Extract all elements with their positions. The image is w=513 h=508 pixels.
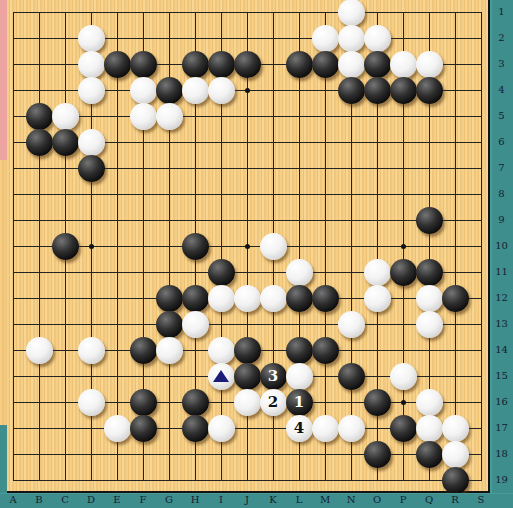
row-label-7: 7 <box>490 162 513 174</box>
stone-white-I15[interactable] <box>208 363 235 390</box>
stone-black-L12[interactable] <box>286 285 313 312</box>
stone-black-R19[interactable] <box>442 467 469 494</box>
stone-black-F16[interactable] <box>130 389 157 416</box>
stone-white-Q16[interactable] <box>416 389 443 416</box>
stone-black-C10[interactable] <box>52 233 79 260</box>
move-number-4: 4 <box>286 415 313 442</box>
stone-white-Q17[interactable] <box>416 415 443 442</box>
row-label-12: 12 <box>490 292 513 304</box>
stone-white-N1[interactable] <box>338 0 365 26</box>
stone-white-D3[interactable] <box>78 51 105 78</box>
stone-white-R18[interactable] <box>442 441 469 468</box>
stone-black-B6[interactable] <box>26 129 53 156</box>
grid-line-vertical <box>455 12 456 481</box>
stone-black-J3[interactable] <box>234 51 261 78</box>
star-point-D10 <box>89 244 94 249</box>
stone-white-M17[interactable] <box>312 415 339 442</box>
row-label-10: 10 <box>490 240 513 252</box>
stone-black-G13[interactable] <box>156 311 183 338</box>
stone-white-M2[interactable] <box>312 25 339 52</box>
row-label-13: 13 <box>490 318 513 330</box>
stone-black-P4[interactable] <box>390 77 417 104</box>
col-label-F: F <box>136 494 150 505</box>
stone-black-K15[interactable]: 3 <box>260 363 287 390</box>
stone-black-E3[interactable] <box>104 51 131 78</box>
col-label-A: A <box>6 494 20 505</box>
grid-line-horizontal <box>13 480 482 481</box>
stone-black-Q9[interactable] <box>416 207 443 234</box>
stone-black-G4[interactable] <box>156 77 183 104</box>
col-label-S: S <box>474 494 488 505</box>
stone-black-M12[interactable] <box>312 285 339 312</box>
stone-black-P11[interactable] <box>390 259 417 286</box>
stone-black-B5[interactable] <box>26 103 53 130</box>
stone-white-I14[interactable] <box>208 337 235 364</box>
row-label-9: 9 <box>490 214 513 226</box>
row-label-6: 6 <box>490 136 513 148</box>
stone-black-O4[interactable] <box>364 77 391 104</box>
stone-black-O16[interactable] <box>364 389 391 416</box>
stone-white-P15[interactable] <box>390 363 417 390</box>
stone-white-H4[interactable] <box>182 77 209 104</box>
left-edge-strip-top <box>0 0 7 160</box>
col-label-N: N <box>344 494 358 505</box>
stone-black-J14[interactable] <box>234 337 261 364</box>
stone-white-I4[interactable] <box>208 77 235 104</box>
grid-line-vertical <box>325 12 326 481</box>
stone-white-B14[interactable] <box>26 337 53 364</box>
col-label-C: C <box>58 494 72 505</box>
stone-white-E17[interactable] <box>104 415 131 442</box>
stone-white-L15[interactable] <box>286 363 313 390</box>
col-label-P: P <box>396 494 410 505</box>
col-label-H: H <box>188 494 202 505</box>
stone-black-F3[interactable] <box>130 51 157 78</box>
grid-line-horizontal <box>13 454 482 455</box>
stone-white-D6[interactable] <box>78 129 105 156</box>
stone-black-P17[interactable] <box>390 415 417 442</box>
col-label-K: K <box>266 494 280 505</box>
row-label-18: 18 <box>490 448 513 460</box>
stone-white-G14[interactable] <box>156 337 183 364</box>
grid-line-vertical <box>481 12 482 481</box>
row-label-8: 8 <box>490 188 513 200</box>
stone-white-J16[interactable] <box>234 389 261 416</box>
row-label-15: 15 <box>490 370 513 382</box>
stone-black-F14[interactable] <box>130 337 157 364</box>
grid-line-horizontal <box>13 324 482 325</box>
row-label-11: 11 <box>490 266 513 278</box>
stone-white-L17[interactable]: 4 <box>286 415 313 442</box>
row-label-17: 17 <box>490 422 513 434</box>
col-label-J: J <box>240 494 254 505</box>
stone-black-I11[interactable] <box>208 259 235 286</box>
stone-white-N13[interactable] <box>338 311 365 338</box>
move-number-2: 2 <box>260 389 287 416</box>
stone-black-F17[interactable] <box>130 415 157 442</box>
stone-black-L16[interactable]: 1 <box>286 389 313 416</box>
stone-black-H3[interactable] <box>182 51 209 78</box>
stone-black-Q11[interactable] <box>416 259 443 286</box>
stone-black-L14[interactable] <box>286 337 313 364</box>
move-number-1: 1 <box>286 389 313 416</box>
stone-white-P3[interactable] <box>390 51 417 78</box>
stone-black-H16[interactable] <box>182 389 209 416</box>
move-number-3: 3 <box>260 363 287 390</box>
stone-white-F4[interactable] <box>130 77 157 104</box>
col-label-G: G <box>162 494 176 505</box>
stone-black-D7[interactable] <box>78 155 105 182</box>
row-label-14: 14 <box>490 344 513 356</box>
stone-black-G12[interactable] <box>156 285 183 312</box>
col-label-R: R <box>448 494 462 505</box>
col-label-M: M <box>318 494 332 505</box>
col-label-B: B <box>32 494 46 505</box>
stone-white-K16[interactable]: 2 <box>260 389 287 416</box>
stone-white-Q12[interactable] <box>416 285 443 312</box>
col-label-L: L <box>292 494 306 505</box>
row-label-4: 4 <box>490 84 513 96</box>
stone-white-O12[interactable] <box>364 285 391 312</box>
stone-white-G5[interactable] <box>156 103 183 130</box>
column-labels-strip: ABCDEFGHIJKLMNOPQRS <box>0 493 513 508</box>
stone-black-N15[interactable] <box>338 363 365 390</box>
stone-white-Q13[interactable] <box>416 311 443 338</box>
stone-white-L11[interactable] <box>286 259 313 286</box>
stone-white-F5[interactable] <box>130 103 157 130</box>
stone-black-I3[interactable] <box>208 51 235 78</box>
stone-white-N17[interactable] <box>338 415 365 442</box>
stone-black-O3[interactable] <box>364 51 391 78</box>
left-edge-strip-middle <box>0 160 7 425</box>
goban[interactable]: 3214 <box>7 0 490 493</box>
stone-black-H17[interactable] <box>182 415 209 442</box>
stone-white-I17[interactable] <box>208 415 235 442</box>
star-point-J4 <box>245 88 250 93</box>
row-label-16: 16 <box>490 396 513 408</box>
stone-black-M14[interactable] <box>312 337 339 364</box>
row-label-1: 1 <box>490 6 513 18</box>
stone-white-R17[interactable] <box>442 415 469 442</box>
stone-black-C6[interactable] <box>52 129 79 156</box>
stone-white-C5[interactable] <box>52 103 79 130</box>
col-label-O: O <box>370 494 384 505</box>
row-label-19: 19 <box>490 474 513 486</box>
col-label-I: I <box>214 494 228 505</box>
stone-white-D16[interactable] <box>78 389 105 416</box>
stone-white-N3[interactable] <box>338 51 365 78</box>
col-label-Q: Q <box>422 494 436 505</box>
triangle-marker <box>213 370 229 382</box>
stone-black-Q18[interactable] <box>416 441 443 468</box>
row-label-2: 2 <box>490 32 513 44</box>
row-labels-strip: 12345678910111213141516171819 <box>490 0 513 508</box>
star-point-J10 <box>245 244 250 249</box>
star-point-P16 <box>401 400 406 405</box>
col-label-E: E <box>110 494 124 505</box>
stone-black-R12[interactable] <box>442 285 469 312</box>
stone-white-K12[interactable] <box>260 285 287 312</box>
stone-white-O2[interactable] <box>364 25 391 52</box>
row-label-3: 3 <box>490 58 513 70</box>
stone-white-D4[interactable] <box>78 77 105 104</box>
stone-black-M3[interactable] <box>312 51 339 78</box>
stone-white-K10[interactable] <box>260 233 287 260</box>
stone-white-J12[interactable] <box>234 285 261 312</box>
col-label-D: D <box>84 494 98 505</box>
stone-white-H13[interactable] <box>182 311 209 338</box>
stone-black-Q4[interactable] <box>416 77 443 104</box>
stone-white-Q3[interactable] <box>416 51 443 78</box>
stone-white-D2[interactable] <box>78 25 105 52</box>
stone-black-N4[interactable] <box>338 77 365 104</box>
stone-black-O18[interactable] <box>364 441 391 468</box>
go-board-window: 3214 12345678910111213141516171819 ABCDE… <box>0 0 513 508</box>
stone-white-D14[interactable] <box>78 337 105 364</box>
stone-white-I12[interactable] <box>208 285 235 312</box>
stone-white-O11[interactable] <box>364 259 391 286</box>
star-point-P10 <box>401 244 406 249</box>
stone-black-L3[interactable] <box>286 51 313 78</box>
stone-black-J15[interactable] <box>234 363 261 390</box>
stone-black-H10[interactable] <box>182 233 209 260</box>
row-label-5: 5 <box>490 110 513 122</box>
stone-black-H12[interactable] <box>182 285 209 312</box>
stone-white-N2[interactable] <box>338 25 365 52</box>
